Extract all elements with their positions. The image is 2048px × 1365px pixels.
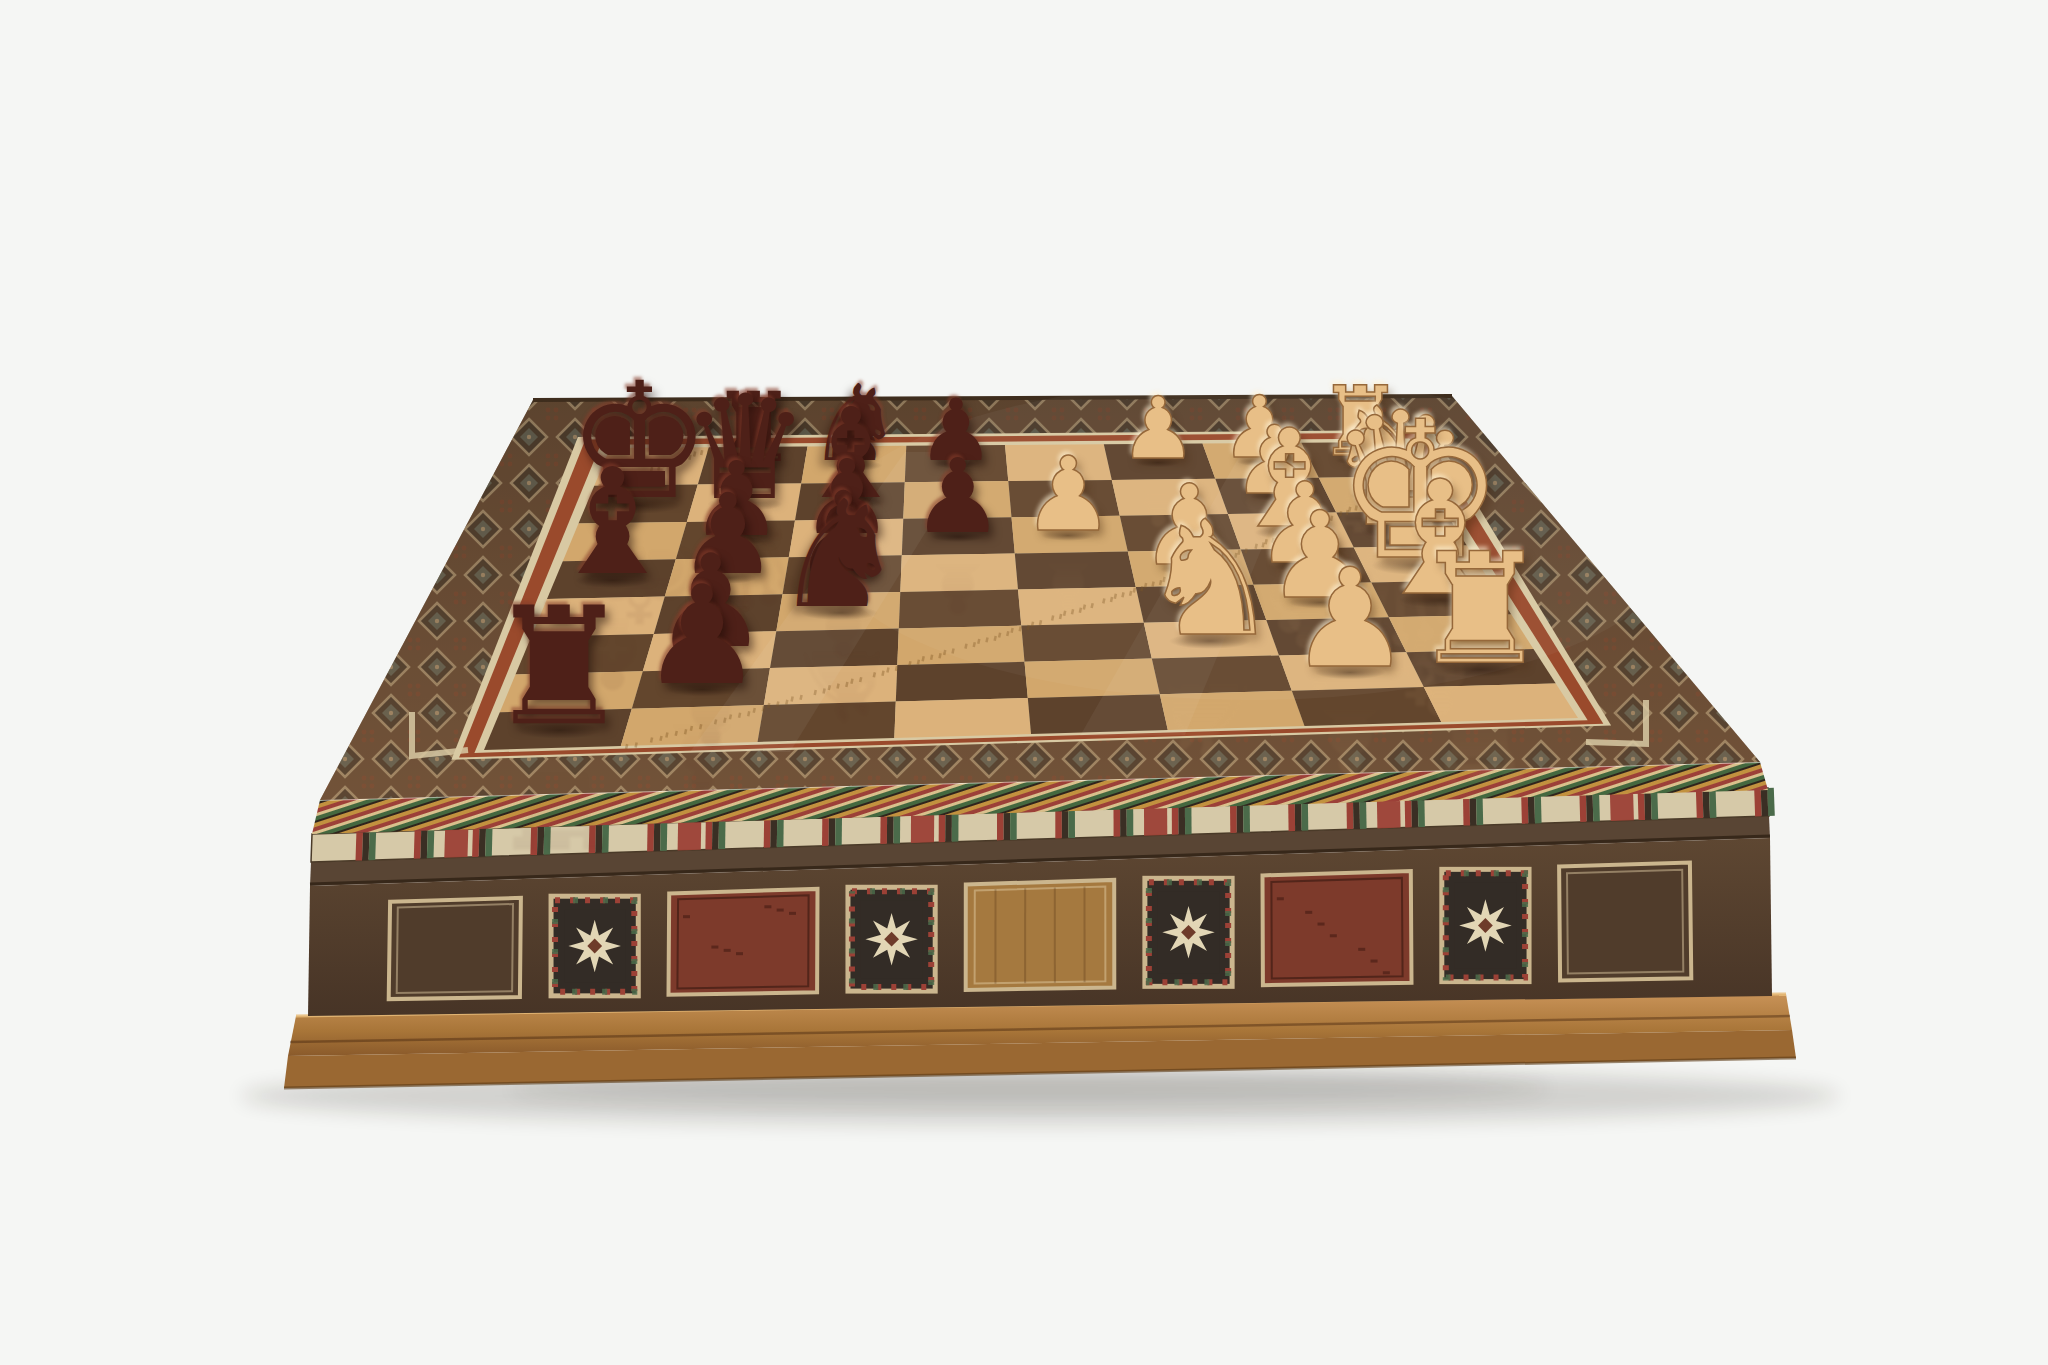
rook-glyph: ♜ [1411,533,1548,686]
knight-glyph: ♞ [773,481,906,629]
pieces-layer: ♜♜♞♞♟♟♟♟♟♟♜♜♚♚♛♛♝♝♟♟♞♞♟♟♟♟♟♟♟♟♝♝♛♛♝♝♟♟♟♟… [0,0,2048,1365]
pawn-glyph: ♟ [1022,444,1114,547]
knight-glyph: ♞ [1139,500,1281,659]
pawn-glyph: ♟ [641,568,764,705]
pawn-glyph: ♟ [1120,386,1197,472]
product-photo-scene: ♜♜♞♞♟♟♟♟♟♟♜♜♚♚♛♛♝♝♟♟♞♞♟♟♟♟♟♟♟♟♝♝♛♛♝♝♟♟♟♟… [0,0,2048,1365]
pawn-glyph: ♟ [912,446,1004,549]
pawn-glyph: ♟ [1289,551,1412,688]
rook-glyph: ♜ [486,586,632,748]
